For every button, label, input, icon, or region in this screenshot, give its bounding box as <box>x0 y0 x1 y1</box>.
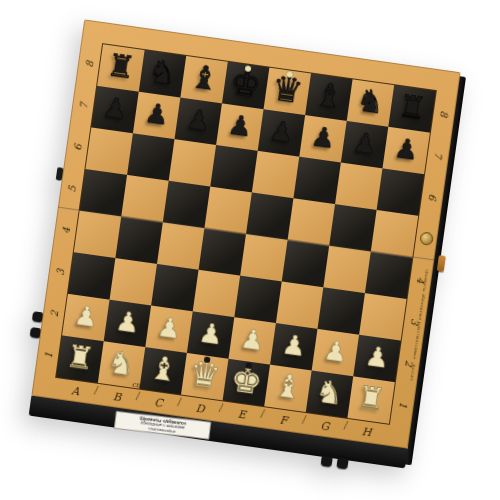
piece-white-knight[interactable]: ♞ <box>306 368 353 415</box>
piece-white-knight[interactable]: ♞ <box>98 339 145 386</box>
square-c7[interactable]: ♟ <box>175 98 222 145</box>
piece-black-pawn[interactable]: ♟ <box>175 96 222 143</box>
square-f7[interactable]: ♟ <box>299 115 346 162</box>
square-g4[interactable] <box>323 246 370 293</box>
square-d4[interactable] <box>199 228 246 275</box>
square-h4[interactable] <box>365 252 412 299</box>
square-d6[interactable] <box>210 145 257 192</box>
square-a4[interactable] <box>74 211 121 258</box>
piece-black-bishop[interactable]: ♝ <box>181 54 228 101</box>
piece-black-pawn[interactable]: ♟ <box>258 107 305 154</box>
square-c6[interactable] <box>169 139 216 186</box>
square-h6[interactable] <box>377 168 424 215</box>
square-d5[interactable] <box>204 187 251 234</box>
piece-white-pawn[interactable]: ♟ <box>187 309 234 356</box>
piece-black-bishop[interactable]: ♝ <box>305 71 352 118</box>
square-e6[interactable] <box>252 151 299 198</box>
square-e7[interactable]: ♟ <box>258 109 305 156</box>
square-e1[interactable]: ♚ <box>223 359 270 406</box>
square-a6[interactable] <box>85 127 132 174</box>
piece-white-pawn[interactable]: ♟ <box>146 304 193 351</box>
piece-black-pawn[interactable]: ♟ <box>133 90 180 137</box>
piece-white-rook[interactable]: ♜ <box>57 333 104 380</box>
square-e5[interactable] <box>246 192 293 239</box>
piece-white-rook[interactable]: ♜ <box>348 374 395 421</box>
square-g7[interactable]: ♟ <box>341 121 388 168</box>
piece-black-rook[interactable]: ♜ <box>97 42 144 89</box>
piece-white-bishop[interactable]: ♝ <box>264 363 311 410</box>
square-b6[interactable] <box>127 133 174 180</box>
square-a1[interactable]: ♜ <box>56 335 103 382</box>
square-b1[interactable]: ♞ <box>98 341 145 388</box>
piece-white-pawn[interactable]: ♟ <box>229 315 276 362</box>
square-a5[interactable] <box>80 169 127 216</box>
piece-white-bishop[interactable]: ♝ <box>140 345 187 392</box>
square-b4[interactable] <box>115 216 162 263</box>
square-g6[interactable] <box>335 163 382 210</box>
square-h7[interactable]: ♟ <box>382 127 429 174</box>
square-h1[interactable]: ♜ <box>347 376 394 423</box>
chess-board: ♜♞♝♚♛♝♞♜♟♟♟♟♟♟♟♟♟♟♟♟♟♟♟♟♜♞♝♛♚♝♞♜ ABCDEFG… <box>31 19 460 448</box>
square-d7[interactable]: ♟ <box>216 103 263 150</box>
square-f5[interactable] <box>288 198 335 245</box>
piece-white-pawn[interactable]: ♟ <box>312 327 359 374</box>
piece-black-knight[interactable]: ♞ <box>139 48 186 95</box>
piece-white-pawn[interactable]: ♟ <box>354 333 401 380</box>
piece-black-pawn[interactable]: ♟ <box>216 101 263 148</box>
piece-black-knight[interactable]: ♞ <box>347 77 394 124</box>
square-d1[interactable]: ♛ <box>181 353 228 400</box>
square-f6[interactable] <box>293 157 340 204</box>
square-g5[interactable] <box>329 204 376 251</box>
square-c4[interactable] <box>157 222 204 269</box>
square-c1[interactable]: ♝ <box>139 347 186 394</box>
square-b5[interactable] <box>121 175 168 222</box>
piece-black-pawn[interactable]: ♟ <box>341 119 388 166</box>
piece-white-pawn[interactable]: ♟ <box>104 298 151 345</box>
piece-black-rook[interactable]: ♜ <box>389 83 436 130</box>
square-e4[interactable] <box>240 234 287 281</box>
square-h5[interactable] <box>371 210 418 257</box>
chess-set: ♜♞♝♚♛♝♞♜♟♟♟♟♟♟♟♟♟♟♟♟♟♟♟♟♜♞♝♛♚♝♞♜ ABCDEFG… <box>31 19 460 448</box>
piece-white-pawn[interactable]: ♟ <box>270 321 317 368</box>
piece-white-pawn[interactable]: ♟ <box>62 292 109 339</box>
piece-black-pawn[interactable]: ♟ <box>383 125 430 172</box>
latch-icon <box>437 255 446 272</box>
square-c5[interactable] <box>163 181 210 228</box>
square-f4[interactable] <box>282 240 329 287</box>
piece-black-pawn[interactable]: ♟ <box>92 84 139 131</box>
piece-black-pawn[interactable]: ♟ <box>300 113 347 160</box>
square-a7[interactable]: ♟ <box>91 86 138 133</box>
square-g1[interactable]: ♞ <box>306 370 353 417</box>
square-f1[interactable]: ♝ <box>264 365 311 412</box>
photo-stage: ♜♞♝♚♛♝♞♜♟♟♟♟♟♟♟♟♟♟♟♟♟♟♟♟♜♞♝♛♚♝♞♜ ABCDEFG… <box>0 0 500 500</box>
square-b7[interactable]: ♟ <box>133 92 180 139</box>
